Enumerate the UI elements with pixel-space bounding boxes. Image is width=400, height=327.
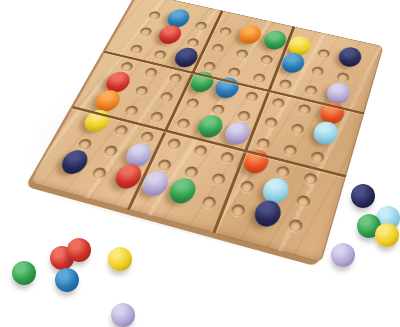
hole xyxy=(210,173,226,187)
hole xyxy=(235,49,249,60)
loose-ball-green[interactable] xyxy=(12,261,36,285)
hole xyxy=(238,180,254,194)
hole xyxy=(210,104,225,116)
hole xyxy=(119,61,134,72)
hole xyxy=(168,73,183,84)
hole xyxy=(147,11,161,21)
hole xyxy=(210,43,225,54)
hole xyxy=(129,44,144,55)
hole xyxy=(143,67,158,78)
loose-ball-yellow[interactable] xyxy=(375,223,399,247)
hole xyxy=(255,137,271,150)
hole xyxy=(282,144,298,157)
hole xyxy=(310,66,324,77)
hole xyxy=(139,131,155,144)
hole xyxy=(230,203,247,218)
hole xyxy=(91,166,108,180)
hole xyxy=(303,172,319,186)
loose-ball-navy[interactable] xyxy=(351,184,375,208)
hole xyxy=(113,124,129,137)
loose-ball-yellow[interactable] xyxy=(108,247,132,271)
hole xyxy=(166,138,182,151)
hole xyxy=(156,159,173,172)
hole xyxy=(138,27,153,37)
scene xyxy=(0,0,400,327)
hole xyxy=(184,98,199,110)
hole xyxy=(183,166,200,180)
hole xyxy=(252,72,267,83)
hole xyxy=(304,84,319,96)
hole xyxy=(159,92,175,104)
hole xyxy=(227,67,242,78)
loose-ball-blue[interactable] xyxy=(55,268,79,292)
hole xyxy=(295,195,311,209)
hole xyxy=(134,85,150,97)
hole xyxy=(263,117,278,129)
hole xyxy=(275,165,291,179)
hole xyxy=(194,21,208,31)
hole xyxy=(153,49,168,60)
hole xyxy=(175,117,191,129)
hole xyxy=(202,61,217,72)
hole xyxy=(317,48,331,59)
loose-ball-lavender[interactable] xyxy=(331,243,355,267)
hole xyxy=(76,138,93,151)
hole xyxy=(219,151,235,164)
hole xyxy=(102,145,119,158)
hole xyxy=(149,111,165,123)
hole xyxy=(271,97,286,109)
loose-ball-lavender[interactable] xyxy=(111,303,135,327)
ball-navy[interactable] xyxy=(336,45,363,69)
hole xyxy=(244,91,259,103)
hole xyxy=(218,26,232,36)
hole xyxy=(201,195,218,209)
hole xyxy=(290,123,305,136)
hole xyxy=(278,78,293,90)
hole xyxy=(192,144,208,157)
hole xyxy=(236,110,251,122)
hole xyxy=(260,55,274,66)
hole xyxy=(288,218,305,233)
hole xyxy=(310,151,325,164)
hole xyxy=(297,103,312,115)
hole xyxy=(123,104,139,116)
sudoku-board xyxy=(29,0,383,263)
loose-ball-red[interactable] xyxy=(67,238,91,262)
